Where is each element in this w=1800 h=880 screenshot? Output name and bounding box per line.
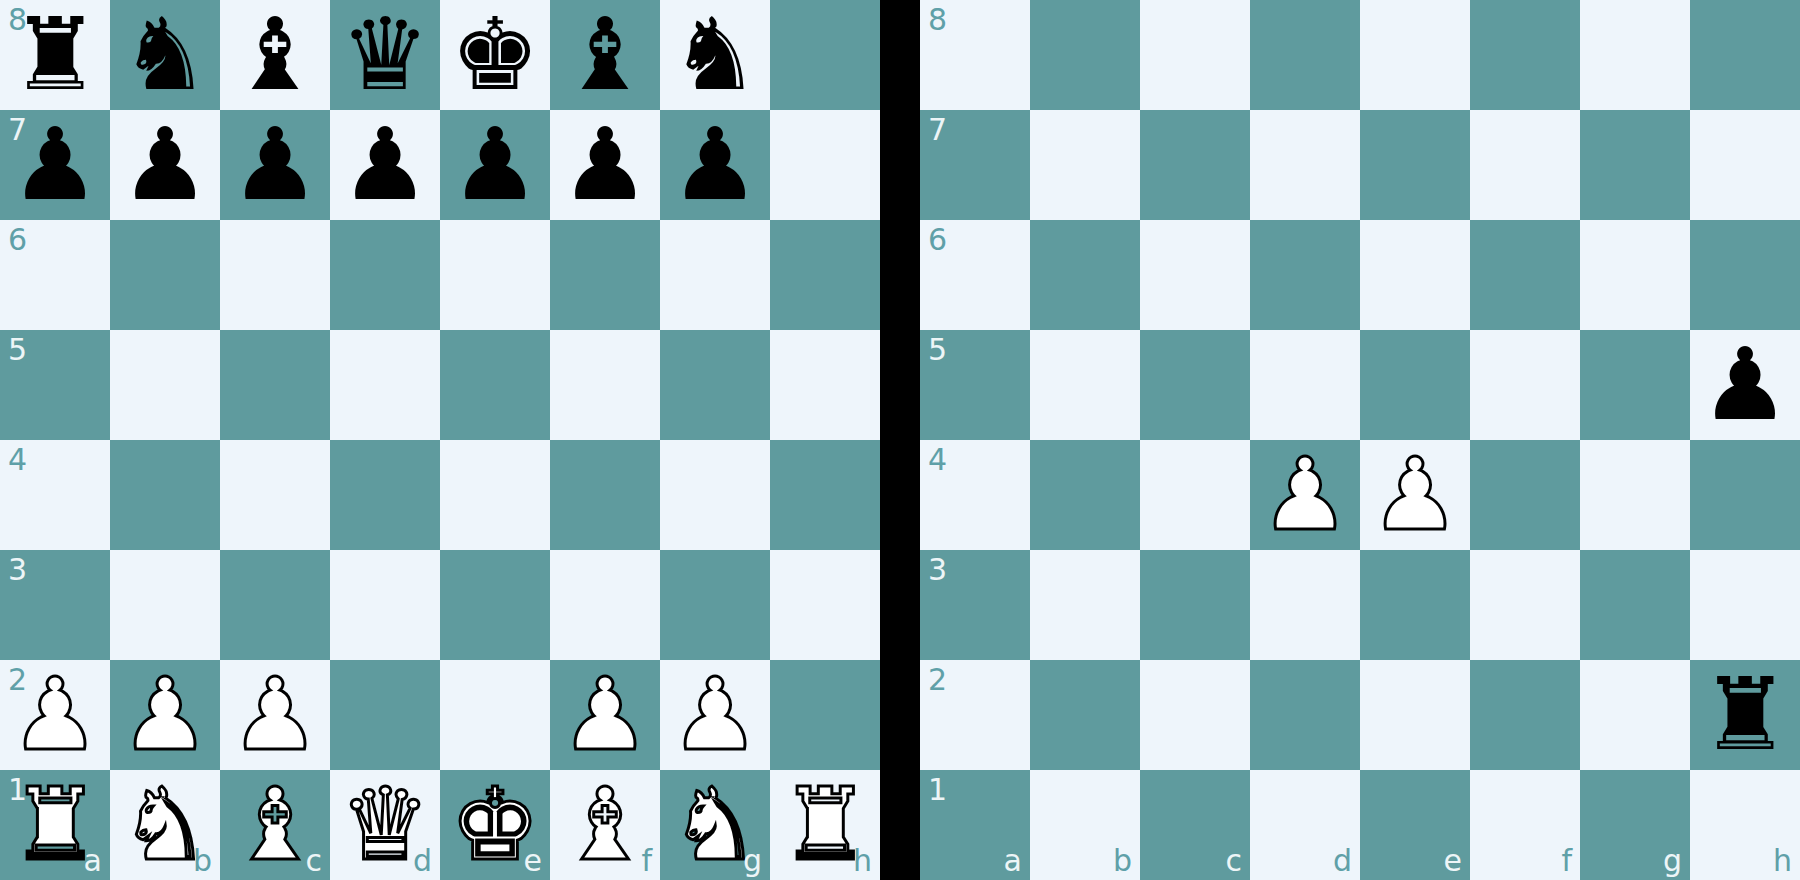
square-f7[interactable]: ♟	[550, 110, 660, 220]
square-g6[interactable]	[660, 220, 770, 330]
square-d8[interactable]: ♛	[330, 0, 440, 110]
square-d6[interactable]	[1250, 220, 1360, 330]
file-label-f: f	[1561, 846, 1572, 876]
square-e5[interactable]	[440, 330, 550, 440]
square-c5[interactable]	[220, 330, 330, 440]
square-a6[interactable]: 6	[920, 220, 1030, 330]
square-e7[interactable]	[1360, 110, 1470, 220]
square-d2[interactable]	[330, 660, 440, 770]
square-a1[interactable]: 1a	[920, 770, 1030, 880]
rank-label-8: 8	[928, 5, 947, 35]
square-h3[interactable]	[770, 550, 880, 660]
square-h5[interactable]	[770, 330, 880, 440]
square-d6[interactable]	[330, 220, 440, 330]
square-e4[interactable]: ♟	[1360, 440, 1470, 550]
square-f8[interactable]: ♝	[550, 0, 660, 110]
square-h8[interactable]	[1690, 0, 1800, 110]
rank-label-6: 6	[8, 225, 27, 255]
square-d4[interactable]: ♟	[1250, 440, 1360, 550]
piece-white-pawn[interactable]: ♟	[230, 660, 320, 770]
piece-black-pawn[interactable]: ♟	[340, 110, 430, 220]
square-a7[interactable]: 7♟	[0, 110, 110, 220]
rank-label-7: 7	[928, 115, 947, 145]
square-c8[interactable]: ♝	[220, 0, 330, 110]
square-c1[interactable]: c♝	[220, 770, 330, 880]
rank-label-3: 3	[928, 555, 947, 585]
piece-black-queen[interactable]: ♛	[340, 0, 430, 110]
square-c6[interactable]	[1140, 220, 1250, 330]
square-h5[interactable]: ♟	[1690, 330, 1800, 440]
square-c2[interactable]	[1140, 660, 1250, 770]
piece-black-pawn[interactable]: ♟	[560, 110, 650, 220]
square-g1[interactable]: g♞	[660, 770, 770, 880]
piece-white-rook[interactable]: ♜	[10, 770, 100, 880]
file-label-b: b	[1113, 846, 1132, 876]
square-d7[interactable]: ♟	[330, 110, 440, 220]
square-d1[interactable]: d♛	[330, 770, 440, 880]
square-e8[interactable]: ♚	[440, 0, 550, 110]
square-b3[interactable]	[1030, 550, 1140, 660]
rank-label-4: 4	[8, 445, 27, 475]
square-c6[interactable]	[220, 220, 330, 330]
square-c8[interactable]	[1140, 0, 1250, 110]
square-d3[interactable]	[330, 550, 440, 660]
square-g7[interactable]: ♟	[660, 110, 770, 220]
square-c4[interactable]	[1140, 440, 1250, 550]
board-divider	[880, 0, 920, 880]
piece-black-rook[interactable]: ♜	[1700, 660, 1790, 770]
rank-label-4: 4	[928, 445, 947, 475]
square-c7[interactable]: ♟	[220, 110, 330, 220]
square-h2[interactable]: ♜	[1690, 660, 1800, 770]
square-f4[interactable]	[550, 440, 660, 550]
square-e2[interactable]	[440, 660, 550, 770]
square-e6[interactable]	[1360, 220, 1470, 330]
square-b6[interactable]	[1030, 220, 1140, 330]
square-b4[interactable]	[110, 440, 220, 550]
square-h1[interactable]: h	[1690, 770, 1800, 880]
square-d4[interactable]	[330, 440, 440, 550]
piece-white-pawn[interactable]: ♟	[10, 660, 100, 770]
square-f2[interactable]	[1470, 660, 1580, 770]
square-g2[interactable]	[1580, 660, 1690, 770]
piece-white-pawn[interactable]: ♟	[1260, 440, 1350, 550]
file-label-e: e	[1444, 846, 1462, 876]
square-f6[interactable]	[550, 220, 660, 330]
square-h7[interactable]	[1690, 110, 1800, 220]
file-label-d: d	[1333, 846, 1352, 876]
square-a4[interactable]: 4	[920, 440, 1030, 550]
rank-label-1: 1	[928, 775, 947, 805]
square-c2[interactable]: ♟	[220, 660, 330, 770]
square-b8[interactable]: ♞	[110, 0, 220, 110]
dual-chess-board-layout: 8♜♞♝♛♚♝♞7♟♟♟♟♟♟♟65432♟♟♟♟♟1a♜b♞c♝d♛e♚f♝g…	[0, 0, 1800, 880]
piece-black-knight[interactable]: ♞	[120, 0, 210, 110]
piece-white-queen[interactable]: ♛	[340, 770, 430, 880]
piece-black-king[interactable]: ♚	[450, 0, 540, 110]
square-a3[interactable]: 3	[0, 550, 110, 660]
square-a2[interactable]: 2	[920, 660, 1030, 770]
piece-white-rook[interactable]: ♜	[780, 770, 870, 880]
piece-black-bishop[interactable]: ♝	[230, 0, 320, 110]
square-a5[interactable]: 5	[0, 330, 110, 440]
rank-label-5: 5	[8, 335, 27, 365]
square-b7[interactable]	[1030, 110, 1140, 220]
square-e1[interactable]: e♚	[440, 770, 550, 880]
piece-white-bishop[interactable]: ♝	[560, 770, 650, 880]
piece-white-knight[interactable]: ♞	[670, 770, 760, 880]
square-b5[interactable]	[1030, 330, 1140, 440]
file-label-h: h	[1773, 846, 1792, 876]
square-a8[interactable]: 8♜	[0, 0, 110, 110]
square-g4[interactable]	[1580, 440, 1690, 550]
square-e3[interactable]	[1360, 550, 1470, 660]
square-d7[interactable]	[1250, 110, 1360, 220]
rank-label-6: 6	[928, 225, 947, 255]
square-h4[interactable]	[770, 440, 880, 550]
piece-black-pawn[interactable]: ♟	[230, 110, 320, 220]
piece-white-king[interactable]: ♚	[450, 770, 540, 880]
square-c3[interactable]	[1140, 550, 1250, 660]
square-h6[interactable]	[1690, 220, 1800, 330]
square-h6[interactable]	[770, 220, 880, 330]
square-e6[interactable]	[440, 220, 550, 330]
square-f4[interactable]	[1470, 440, 1580, 550]
square-g8[interactable]	[1580, 0, 1690, 110]
square-f3[interactable]	[550, 550, 660, 660]
square-d5[interactable]	[1250, 330, 1360, 440]
square-h2[interactable]	[770, 660, 880, 770]
square-g4[interactable]	[660, 440, 770, 550]
square-b7[interactable]: ♟	[110, 110, 220, 220]
square-c1[interactable]: c	[1140, 770, 1250, 880]
square-h7[interactable]	[770, 110, 880, 220]
square-a6[interactable]: 6	[0, 220, 110, 330]
square-e5[interactable]	[1360, 330, 1470, 440]
square-f3[interactable]	[1470, 550, 1580, 660]
square-b4[interactable]	[1030, 440, 1140, 550]
piece-black-pawn[interactable]: ♟	[1700, 330, 1790, 440]
square-c7[interactable]	[1140, 110, 1250, 220]
square-e4[interactable]	[440, 440, 550, 550]
square-g2[interactable]: ♟	[660, 660, 770, 770]
square-g3[interactable]	[1580, 550, 1690, 660]
piece-white-pawn[interactable]: ♟	[120, 660, 210, 770]
square-f5[interactable]	[1470, 330, 1580, 440]
chess-board-right: 8765♟4♟♟32♜1abcdefgh	[920, 0, 1800, 880]
file-label-g: g	[1663, 846, 1682, 876]
square-g5[interactable]	[660, 330, 770, 440]
piece-black-knight[interactable]: ♞	[670, 0, 760, 110]
square-f6[interactable]	[1470, 220, 1580, 330]
square-c4[interactable]	[220, 440, 330, 550]
square-c5[interactable]	[1140, 330, 1250, 440]
chess-board-left: 8♜♞♝♛♚♝♞7♟♟♟♟♟♟♟65432♟♟♟♟♟1a♜b♞c♝d♛e♚f♝g…	[0, 0, 880, 880]
square-e2[interactable]	[1360, 660, 1470, 770]
square-f2[interactable]: ♟	[550, 660, 660, 770]
square-b1[interactable]: b♞	[110, 770, 220, 880]
rank-label-2: 2	[928, 665, 947, 695]
square-h3[interactable]	[1690, 550, 1800, 660]
square-d5[interactable]	[330, 330, 440, 440]
piece-black-pawn[interactable]: ♟	[120, 110, 210, 220]
square-f1[interactable]: f♝	[550, 770, 660, 880]
piece-black-pawn[interactable]: ♟	[10, 110, 100, 220]
square-b2[interactable]: ♟	[110, 660, 220, 770]
square-b2[interactable]	[1030, 660, 1140, 770]
piece-white-pawn[interactable]: ♟	[560, 660, 650, 770]
square-f8[interactable]	[1470, 0, 1580, 110]
square-g5[interactable]	[1580, 330, 1690, 440]
rank-label-3: 3	[8, 555, 27, 585]
square-h8[interactable]	[770, 0, 880, 110]
square-a5[interactable]: 5	[920, 330, 1030, 440]
square-b3[interactable]	[110, 550, 220, 660]
square-e7[interactable]: ♟	[440, 110, 550, 220]
square-a3[interactable]: 3	[920, 550, 1030, 660]
square-e3[interactable]	[440, 550, 550, 660]
square-g7[interactable]	[1580, 110, 1690, 220]
square-f5[interactable]	[550, 330, 660, 440]
square-g1[interactable]: g	[1580, 770, 1690, 880]
square-a1[interactable]: 1a♜	[0, 770, 110, 880]
square-a7[interactable]: 7	[920, 110, 1030, 220]
rank-label-5: 5	[928, 335, 947, 365]
piece-white-bishop[interactable]: ♝	[230, 770, 320, 880]
square-h4[interactable]	[1690, 440, 1800, 550]
piece-white-pawn[interactable]: ♟	[1370, 440, 1460, 550]
square-d1[interactable]: d	[1250, 770, 1360, 880]
piece-black-bishop[interactable]: ♝	[560, 0, 650, 110]
square-d3[interactable]	[1250, 550, 1360, 660]
square-e1[interactable]: e	[1360, 770, 1470, 880]
piece-white-pawn[interactable]: ♟	[670, 660, 760, 770]
square-b1[interactable]: b	[1030, 770, 1140, 880]
square-g8[interactable]: ♞	[660, 0, 770, 110]
square-h1[interactable]: h♜	[770, 770, 880, 880]
piece-white-knight[interactable]: ♞	[120, 770, 210, 880]
square-c3[interactable]	[220, 550, 330, 660]
piece-black-pawn[interactable]: ♟	[670, 110, 760, 220]
square-b6[interactable]	[110, 220, 220, 330]
square-d2[interactable]	[1250, 660, 1360, 770]
square-b5[interactable]	[110, 330, 220, 440]
square-g3[interactable]	[660, 550, 770, 660]
square-a2[interactable]: 2♟	[0, 660, 110, 770]
file-label-c: c	[1226, 846, 1243, 876]
square-f1[interactable]: f	[1470, 770, 1580, 880]
square-e8[interactable]	[1360, 0, 1470, 110]
file-label-a: a	[1004, 846, 1022, 876]
square-d8[interactable]	[1250, 0, 1360, 110]
piece-black-pawn[interactable]: ♟	[450, 110, 540, 220]
square-f7[interactable]	[1470, 110, 1580, 220]
square-b8[interactable]	[1030, 0, 1140, 110]
square-a4[interactable]: 4	[0, 440, 110, 550]
square-g6[interactable]	[1580, 220, 1690, 330]
piece-black-rook[interactable]: ♜	[10, 0, 100, 110]
square-a8[interactable]: 8	[920, 0, 1030, 110]
